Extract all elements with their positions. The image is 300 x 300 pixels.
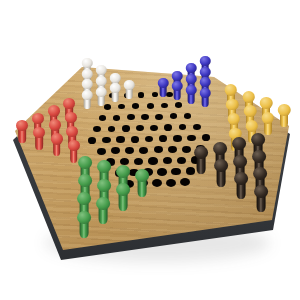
peg-blue [200,88,211,107]
peg-blue [172,81,183,100]
peg-black [194,146,208,174]
peg-head [213,142,227,155]
peg-head [200,56,211,66]
peg-head [254,185,268,198]
peg-head [96,76,107,86]
peg-head [225,84,238,96]
board-hole-empty [155,114,163,120]
peg-head [97,197,111,210]
peg-green [116,183,130,211]
peg-head [186,63,197,73]
peg-blue [186,85,197,104]
peg-head [158,78,169,88]
peg-head [82,69,93,79]
board-hole-empty [113,115,121,121]
peg-white [124,80,135,99]
peg-black [214,159,228,187]
peg-white [82,90,93,109]
peg-head [48,105,60,116]
board-hole-empty [173,135,181,142]
peg-white [96,87,107,106]
board-hole-empty [138,92,145,97]
peg-head [51,133,63,144]
board-hole-empty [102,137,110,144]
board-hole-empty [148,157,157,164]
peg-head [252,150,266,163]
board-hole-empty [150,125,158,131]
peg-head [251,133,265,146]
board-hole-empty [187,135,195,142]
peg-head [200,88,211,98]
board-hole-empty [116,136,124,143]
peg-head [68,140,80,151]
peg-green [97,197,111,225]
peg-head [262,112,275,124]
peg-green [136,169,150,197]
peg-head [253,167,267,180]
peg-head [110,73,121,83]
peg-head [136,169,150,182]
board-hole-empty [164,124,172,130]
peg-head [245,120,258,132]
peg-head [172,81,183,91]
board-hole-empty [152,179,162,187]
peg-head [66,126,78,137]
board-hole-empty [122,125,130,131]
peg-head [233,155,247,168]
peg-head [200,67,211,77]
board-hole-empty [202,134,210,141]
peg-yellow [262,112,275,135]
peg-head [96,65,107,75]
peg-head [16,120,28,131]
peg-head [194,146,208,159]
board-hole-empty [99,115,107,121]
peg-head [110,83,121,93]
board-hole-empty [88,137,96,144]
peg-head [186,74,197,84]
peg-red [16,120,28,143]
peg-head [82,90,93,100]
board-hole-empty [166,179,176,187]
peg-yellow [278,104,291,127]
peg-head [278,104,291,116]
peg-head [200,77,211,87]
peg-red [51,133,63,156]
peg-head [82,79,93,89]
board-hole-empty [127,114,135,120]
peg-black [254,185,268,213]
peg-head [124,80,135,90]
board-hole-empty [125,147,134,154]
board-hole-empty [177,157,186,164]
peg-head [234,172,248,185]
peg-blue [158,78,169,97]
peg-head [117,165,131,178]
board-hole-empty [97,148,106,155]
board-hole-empty [139,147,148,154]
board-hole-empty [154,146,163,153]
board-hole-empty [157,168,167,176]
peg-head [32,113,44,124]
board-hole-empty [161,103,168,108]
chinese-checkers-product-photo [0,0,300,300]
peg-red [33,127,45,150]
board-hole-empty [182,146,191,153]
peg-head [63,98,75,109]
peg-head [78,192,92,205]
peg-head [244,105,257,117]
peg-head [49,119,61,130]
peg-head [214,159,228,172]
peg-black [234,172,248,200]
peg-head [232,137,246,150]
peg-head [77,211,91,224]
board-hole-empty [168,146,177,153]
peg-head [242,91,255,103]
board-hole-empty [131,136,139,143]
peg-head [82,58,93,68]
peg-head [186,85,197,95]
peg-head [79,156,93,169]
board-hole-empty [193,124,201,130]
peg-head [97,179,111,192]
board-hole-empty [184,113,192,119]
peg-head [33,127,45,138]
board-hole-empty [141,114,149,120]
peg-head [226,99,239,111]
peg-head [96,87,107,97]
peg-head [172,71,183,81]
peg-head [98,160,112,173]
peg-white [110,83,121,102]
peg-green [77,211,91,239]
board-hole-empty [175,102,182,107]
peg-head [116,183,130,196]
peg-head [78,174,92,187]
peg-head [65,112,77,123]
board-hole-empty [147,103,154,108]
peg-head [228,113,241,125]
peg-head [260,97,273,109]
